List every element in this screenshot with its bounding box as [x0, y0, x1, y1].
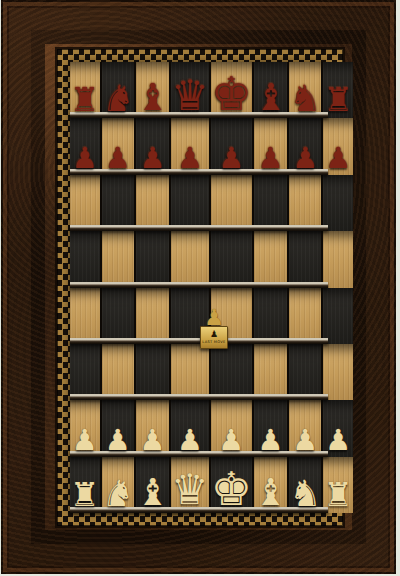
piece-red-pawn[interactable]: ♟ [292, 145, 318, 172]
piece-natural-pawn[interactable]: ♟ [177, 427, 203, 454]
square-c6[interactable] [136, 175, 169, 231]
square-c3[interactable] [136, 344, 169, 400]
square-d8[interactable]: ♛ [171, 62, 209, 118]
square-f6[interactable] [254, 175, 287, 231]
piece-natural-pawn[interactable]: ♟ [139, 427, 165, 454]
piece-natural-rook[interactable]: ♜ [323, 480, 353, 510]
piece-red-bishop[interactable]: ♝ [254, 81, 287, 115]
square-g7[interactable]: ♟ [289, 118, 321, 174]
square-c1[interactable]: ♝ [136, 457, 169, 513]
piece-red-pawn[interactable]: ♟ [177, 145, 203, 172]
square-c5[interactable] [136, 231, 169, 287]
piece-natural-bishop[interactable]: ♝ [136, 476, 169, 510]
chess-board: ♜♞♝♛♚♝♞♜♟♟♟♟♟♟♟♟♟♟♟♟♟♟♟♟♜♞♝♛♚♝♞♜ ♟ ♟ LAS… [70, 62, 328, 513]
last-move-marker: ♟ ♟ LAST MOVE [197, 307, 231, 355]
square-h8[interactable]: ♜ [323, 62, 353, 118]
piece-shelf [70, 225, 328, 231]
square-g6[interactable] [289, 175, 321, 231]
piece-natural-pawn[interactable]: ♟ [105, 427, 131, 454]
square-b7[interactable]: ♟ [102, 118, 134, 174]
square-a2[interactable]: ♟ [70, 400, 100, 456]
square-h1[interactable]: ♜ [323, 457, 353, 513]
square-h4[interactable] [323, 288, 353, 344]
piece-red-rook[interactable]: ♜ [70, 85, 100, 115]
square-b1[interactable]: ♞ [102, 457, 134, 513]
square-b8[interactable]: ♞ [102, 62, 134, 118]
piece-red-bishop[interactable]: ♝ [136, 81, 169, 115]
piece-red-pawn[interactable]: ♟ [325, 145, 351, 172]
piece-red-rook[interactable]: ♜ [323, 85, 353, 115]
square-g2[interactable]: ♟ [289, 400, 321, 456]
square-f7[interactable]: ♟ [254, 118, 287, 174]
piece-natural-rook[interactable]: ♜ [70, 480, 100, 510]
square-d5[interactable] [171, 231, 209, 287]
square-g8[interactable]: ♞ [289, 62, 321, 118]
square-a6[interactable] [70, 175, 100, 231]
piece-natural-pawn[interactable]: ♟ [292, 427, 318, 454]
square-e8[interactable]: ♚ [211, 62, 252, 118]
square-a8[interactable]: ♜ [70, 62, 100, 118]
square-d7[interactable]: ♟ [171, 118, 209, 174]
square-a1[interactable]: ♜ [70, 457, 100, 513]
square-e6[interactable] [211, 175, 252, 231]
framed-vertical-chessboard: ♜♞♝♛♚♝♞♜♟♟♟♟♟♟♟♟♟♟♟♟♟♟♟♟♜♞♝♛♚♝♞♜ ♟ ♟ LAS… [0, 0, 400, 576]
piece-natural-bishop[interactable]: ♝ [254, 476, 287, 510]
square-b2[interactable]: ♟ [102, 400, 134, 456]
square-b4[interactable] [102, 288, 134, 344]
square-h5[interactable] [323, 231, 353, 287]
square-b3[interactable] [102, 344, 134, 400]
piece-red-queen[interactable]: ♛ [171, 77, 209, 116]
plaque-text: LAST MOVE [202, 339, 225, 344]
square-e2[interactable]: ♟ [211, 400, 252, 456]
square-b5[interactable] [102, 231, 134, 287]
piece-red-pawn[interactable]: ♟ [72, 145, 98, 172]
square-f2[interactable]: ♟ [254, 400, 287, 456]
square-a4[interactable] [70, 288, 100, 344]
square-g4[interactable] [289, 288, 321, 344]
square-h2[interactable]: ♟ [323, 400, 353, 456]
square-g1[interactable]: ♞ [289, 457, 321, 513]
square-e7[interactable]: ♟ [211, 118, 252, 174]
square-a3[interactable] [70, 344, 100, 400]
square-e1[interactable]: ♚ [211, 457, 252, 513]
square-f5[interactable] [254, 231, 287, 287]
square-g3[interactable] [289, 344, 321, 400]
square-f4[interactable] [254, 288, 287, 344]
square-d6[interactable] [171, 175, 209, 231]
square-c2[interactable]: ♟ [136, 400, 169, 456]
square-g5[interactable] [289, 231, 321, 287]
piece-red-knight[interactable]: ♞ [102, 82, 134, 115]
piece-natural-queen[interactable]: ♛ [171, 471, 209, 510]
square-d2[interactable]: ♟ [171, 400, 209, 456]
piece-natural-pawn[interactable]: ♟ [72, 427, 98, 454]
square-c8[interactable]: ♝ [136, 62, 169, 118]
square-c4[interactable] [136, 288, 169, 344]
piece-red-pawn[interactable]: ♟ [218, 145, 244, 172]
piece-natural-pawn[interactable]: ♟ [218, 427, 244, 454]
square-h6[interactable] [323, 175, 353, 231]
piece-shelf [70, 394, 328, 400]
square-f8[interactable]: ♝ [254, 62, 287, 118]
last-move-plaque: ♟ LAST MOVE [200, 326, 228, 349]
square-e5[interactable] [211, 231, 252, 287]
piece-red-king[interactable]: ♚ [211, 73, 252, 115]
plaque-pawn-icon: ♟ [210, 330, 218, 339]
square-f3[interactable] [254, 344, 287, 400]
square-b6[interactable] [102, 175, 134, 231]
piece-red-knight[interactable]: ♞ [289, 82, 321, 115]
piece-natural-knight[interactable]: ♞ [289, 477, 321, 510]
square-d1[interactable]: ♛ [171, 457, 209, 513]
square-c7[interactable]: ♟ [136, 118, 169, 174]
piece-shelf [70, 282, 328, 288]
piece-natural-pawn[interactable]: ♟ [258, 427, 284, 454]
piece-natural-knight[interactable]: ♞ [102, 477, 134, 510]
piece-natural-king[interactable]: ♚ [211, 468, 252, 510]
piece-red-pawn[interactable]: ♟ [139, 145, 165, 172]
square-a7[interactable]: ♟ [70, 118, 100, 174]
square-h7[interactable]: ♟ [323, 118, 353, 174]
piece-natural-pawn[interactable]: ♟ [325, 427, 351, 454]
piece-red-pawn[interactable]: ♟ [258, 145, 284, 172]
piece-red-pawn[interactable]: ♟ [105, 145, 131, 172]
square-h3[interactable] [323, 344, 353, 400]
square-f1[interactable]: ♝ [254, 457, 287, 513]
square-a5[interactable] [70, 231, 100, 287]
